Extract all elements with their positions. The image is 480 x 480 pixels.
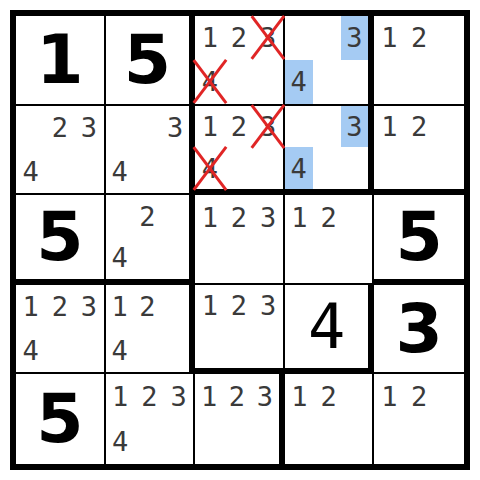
candidate-1[interactable]: 1 [195, 285, 224, 327]
pencil-marks: 12 [285, 195, 373, 283]
candidate-3[interactable]: 3 [164, 374, 193, 419]
cell-r3c2[interactable]: 24 [106, 195, 196, 285]
candidate-4[interactable] [285, 419, 314, 464]
pencil-marks: 34 [106, 106, 190, 194]
candidate-4[interactable] [195, 239, 224, 283]
cell-r4c1[interactable]: 1234 [16, 285, 106, 375]
pencil-marks: 1234 [16, 285, 104, 373]
entered-digit: 4 [285, 285, 369, 369]
candidate-5[interactable] [224, 60, 253, 104]
candidate-empty [343, 419, 372, 464]
candidate-2[interactable] [313, 106, 341, 148]
candidate-4[interactable]: 4 [16, 149, 45, 193]
candidate-4[interactable] [195, 419, 223, 464]
candidate-3[interactable]: 3 [341, 106, 369, 148]
candidate-5[interactable] [224, 147, 253, 189]
pencil-marks: 123 [195, 374, 279, 464]
candidate-5[interactable] [313, 60, 341, 104]
pencil-marks: 34 [285, 16, 369, 104]
candidate-2[interactable]: 2 [314, 195, 343, 239]
candidate-2[interactable]: 2 [224, 195, 253, 239]
candidate-5[interactable] [133, 329, 161, 373]
candidate-2[interactable]: 2 [223, 374, 251, 419]
pencil-marks: 234 [16, 106, 104, 194]
candidate-1[interactable]: 1 [106, 285, 134, 329]
candidate-5[interactable] [313, 147, 341, 189]
candidate-4[interactable]: 4 [106, 149, 134, 193]
candidate-3[interactable]: 3 [254, 195, 283, 239]
cell-r5c4[interactable]: 12 [285, 374, 375, 464]
candidate-4[interactable]: 4 [195, 147, 224, 189]
candidate-5[interactable] [135, 419, 164, 464]
candidate-empty [434, 60, 464, 104]
given-digit: 5 [16, 195, 104, 279]
pencil-marks: 123 [195, 285, 283, 369]
candidate-empty [164, 419, 193, 464]
candidate-empty [434, 419, 464, 464]
candidate-3[interactable] [434, 16, 464, 60]
candidate-2[interactable]: 2 [133, 285, 161, 329]
pencil-marks: 34 [285, 106, 369, 190]
candidate-1[interactable] [106, 195, 134, 237]
candidate-5[interactable] [45, 149, 74, 193]
candidate-1[interactable]: 1 [195, 16, 224, 60]
candidate-4[interactable]: 4 [106, 237, 134, 279]
candidate-3[interactable] [161, 285, 189, 329]
candidate-5[interactable] [133, 237, 161, 279]
candidate-2[interactable]: 2 [133, 195, 161, 237]
cell-r4c2[interactable]: 124 [106, 285, 196, 375]
candidate-3[interactable] [343, 195, 372, 239]
candidate-2[interactable]: 2 [45, 285, 74, 329]
cell-r2c1[interactable]: 234 [16, 106, 106, 196]
pencil-marks: 1234 [195, 106, 283, 190]
pencil-marks: 12 [374, 374, 464, 464]
candidate-2[interactable]: 2 [404, 374, 434, 419]
cell-r1c2[interactable]: 5 [106, 16, 196, 106]
candidate-2[interactable]: 2 [45, 106, 74, 150]
cell-r3c4[interactable]: 12 [285, 195, 375, 285]
candidate-empty [74, 149, 103, 193]
candidate-4[interactable]: 4 [106, 329, 134, 373]
pencil-marks: 124 [106, 285, 190, 373]
cell-r5c5[interactable]: 12 [374, 374, 464, 464]
candidate-5[interactable] [45, 329, 74, 373]
candidate-5[interactable] [404, 419, 434, 464]
cell-r4c3[interactable]: 123 [195, 285, 285, 375]
cell-r1c1[interactable]: 1 [16, 16, 106, 106]
pencil-marks: 12 [285, 374, 373, 464]
candidate-5[interactable] [224, 327, 253, 369]
candidate-3[interactable]: 3 [254, 16, 283, 60]
candidate-5[interactable] [133, 149, 161, 193]
candidate-1[interactable]: 1 [374, 106, 404, 148]
candidate-5[interactable] [314, 239, 343, 283]
cell-r5c3[interactable]: 123 [195, 374, 285, 464]
candidate-2[interactable]: 2 [224, 16, 253, 60]
candidate-4[interactable] [374, 419, 404, 464]
candidate-1[interactable]: 1 [374, 374, 404, 419]
candidate-empty [254, 239, 283, 283]
candidate-empty [254, 147, 283, 189]
cell-r3c3[interactable]: 123 [195, 195, 285, 285]
candidate-4[interactable]: 4 [285, 60, 313, 104]
candidate-1[interactable] [16, 106, 45, 150]
candidate-empty [161, 149, 189, 193]
given-digit: 1 [16, 16, 104, 104]
candidate-1[interactable]: 1 [285, 374, 314, 419]
pencil-marks: 123 [195, 195, 283, 283]
candidate-2[interactable]: 2 [404, 16, 434, 60]
candidate-3[interactable]: 3 [161, 106, 189, 150]
candidate-2[interactable]: 2 [404, 106, 434, 148]
pencil-marks: 1234 [195, 16, 283, 104]
candidate-5[interactable] [223, 419, 251, 464]
cell-r2c5[interactable]: 12 [374, 106, 464, 196]
candidate-empty [161, 237, 189, 279]
candidate-4[interactable]: 4 [16, 329, 45, 373]
cell-r1c3[interactable]: 1234 [195, 16, 285, 106]
cell-r1c5[interactable]: 12 [374, 16, 464, 106]
given-digit: 5 [16, 374, 104, 464]
candidate-1[interactable]: 1 [374, 16, 404, 60]
cell-r5c1[interactable]: 5 [16, 374, 106, 464]
candidate-2[interactable]: 2 [314, 374, 343, 419]
candidate-5[interactable] [224, 239, 253, 283]
cell-r5c2[interactable]: 1234 [106, 374, 196, 464]
candidate-4[interactable]: 4 [285, 147, 313, 189]
cell-r3c1[interactable]: 5 [16, 195, 106, 285]
candidate-3[interactable]: 3 [74, 285, 103, 329]
candidate-2[interactable]: 2 [224, 285, 253, 327]
candidate-3[interactable] [434, 374, 464, 419]
cell-r1c4[interactable]: 34 [285, 16, 375, 106]
cell-r2c2[interactable]: 34 [106, 106, 196, 196]
candidate-2[interactable]: 2 [135, 374, 164, 419]
candidate-1[interactable]: 1 [16, 285, 45, 329]
candidate-1[interactable]: 1 [195, 106, 224, 148]
pencil-marks: 12 [374, 16, 464, 104]
candidate-4[interactable] [195, 327, 224, 369]
candidate-5[interactable] [404, 147, 434, 189]
pencil-marks: 12 [374, 106, 464, 190]
candidate-3[interactable]: 3 [74, 106, 103, 150]
cell-r4c5[interactable]: 3 [374, 285, 464, 375]
given-digit: 5 [374, 195, 464, 279]
candidate-3[interactable]: 3 [254, 285, 283, 327]
given-digit: 5 [106, 16, 190, 104]
candidate-1[interactable] [285, 16, 313, 60]
given-digit: 3 [374, 285, 464, 373]
candidate-3[interactable] [343, 374, 372, 419]
candidate-4[interactable] [374, 60, 404, 104]
candidate-empty [161, 329, 189, 373]
candidate-3[interactable]: 3 [341, 16, 369, 60]
candidate-empty [341, 147, 369, 189]
candidate-4[interactable] [374, 147, 404, 189]
candidate-4[interactable]: 4 [106, 419, 135, 464]
candidate-empty [341, 60, 369, 104]
candidate-3[interactable] [434, 106, 464, 148]
candidate-1[interactable]: 1 [106, 374, 135, 419]
pencil-marks: 24 [106, 195, 190, 279]
candidate-empty [74, 329, 103, 373]
candidate-empty [251, 419, 279, 464]
candidate-1[interactable]: 1 [195, 195, 224, 239]
cell-r2c4[interactable]: 34 [285, 106, 375, 196]
candidate-1[interactable] [106, 106, 134, 150]
pencil-marks: 1234 [106, 374, 194, 464]
cell-r2c3[interactable]: 1234 [195, 106, 285, 196]
candidate-1[interactable] [285, 106, 313, 148]
candidate-5[interactable] [314, 419, 343, 464]
board: 1512343412234341234341252412312512341241… [10, 10, 470, 470]
candidate-4[interactable] [285, 239, 314, 283]
cell-r3c5[interactable]: 5 [374, 195, 464, 285]
candidate-3[interactable]: 3 [254, 106, 283, 148]
candidate-3[interactable] [161, 195, 189, 237]
candidate-empty [254, 60, 283, 104]
candidate-empty [254, 327, 283, 369]
candidate-empty [343, 239, 372, 283]
candidate-2[interactable]: 2 [224, 106, 253, 148]
candidate-2[interactable] [313, 16, 341, 60]
candidate-1[interactable]: 1 [195, 374, 223, 419]
candidate-2[interactable] [133, 106, 161, 150]
candidate-5[interactable] [404, 60, 434, 104]
cell-r4c4[interactable]: 4 [285, 285, 375, 375]
candidate-1[interactable]: 1 [285, 195, 314, 239]
candidate-empty [434, 147, 464, 189]
candidate-3[interactable]: 3 [251, 374, 279, 419]
candidate-4[interactable]: 4 [195, 60, 224, 104]
